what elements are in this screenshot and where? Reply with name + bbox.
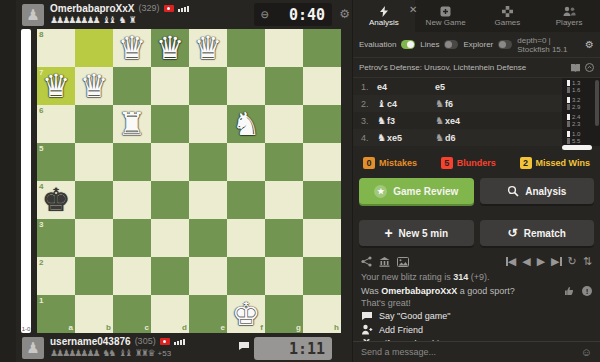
rank-label-8: 8 <box>39 30 43 39</box>
square-b3[interactable] <box>75 219 113 257</box>
move-eval-column: 1.05.5 <box>562 129 600 146</box>
rank-label-1: 1 <box>39 296 43 305</box>
magnifier-icon <box>507 185 519 197</box>
bottom-player-flag-icon <box>160 338 170 345</box>
square-a8[interactable]: 8 <box>37 29 75 67</box>
game-review-button[interactable]: ★ Game Review <box>359 178 474 204</box>
white-move-1[interactable]: e4 <box>377 82 435 92</box>
white-queen-b7[interactable]: ♛ <box>75 67 113 105</box>
top-player-clock: ⊖ 0:40 <box>254 3 332 26</box>
file-label-b: b <box>106 323 111 332</box>
file-label-g: g <box>296 323 301 332</box>
square-c4[interactable] <box>113 181 151 219</box>
square-a6[interactable]: 6 <box>37 105 75 143</box>
square-c3[interactable] <box>113 219 151 257</box>
file-label-d: d <box>182 323 187 332</box>
bottom-player-name[interactable]: username043876 <box>50 336 131 347</box>
board-settings-gear-icon[interactable]: ⚙ <box>339 7 350 21</box>
board-grid-icon <box>502 6 513 17</box>
last-move-icon[interactable]: ▶ <box>551 255 561 268</box>
file-label-e: e <box>221 323 225 332</box>
square-h4[interactable] <box>303 181 341 219</box>
summary-mistakes[interactable]: 0Mistakes <box>363 157 417 169</box>
message-input[interactable]: Send a message... <box>361 347 436 357</box>
black-figurine-icon: ♞ <box>435 115 444 126</box>
square-a1[interactable]: 1a <box>37 295 75 333</box>
share-icon[interactable] <box>361 256 372 267</box>
white-move-3[interactable]: ♞f3 <box>377 115 435 126</box>
thumbs-up-icon[interactable] <box>564 286 574 296</box>
square-c5[interactable] <box>113 143 151 181</box>
white-king-f1[interactable]: ♚ <box>227 295 265 333</box>
library-icon[interactable] <box>379 256 390 267</box>
chess-board[interactable]: 8♛♛♛7♛♛6♜♞54♚321abcdef♚gh <box>37 29 341 333</box>
engine-settings-gear-icon[interactable]: ⚙ <box>585 39 594 50</box>
thats-great-text: That's great! <box>361 298 592 308</box>
tab-analysis[interactable]: Analysis <box>353 0 415 32</box>
toggle-label-evaluation: Evaluation <box>359 40 396 49</box>
rank-label-6: 6 <box>39 106 43 115</box>
say-good-game-action[interactable]: Say "Good game" <box>361 311 592 321</box>
square-c2[interactable] <box>113 257 151 295</box>
square-c8[interactable]: ♛ <box>113 29 151 67</box>
white-move-4[interactable]: ♞xe5 <box>377 132 435 143</box>
summary-count-badge: 2 <box>520 157 532 169</box>
eval-result-label: 1-0 <box>22 326 31 333</box>
eval-value: 1.0 <box>567 131 600 137</box>
square-f3[interactable] <box>227 219 265 257</box>
evaluation-bar: 1-0 <box>21 29 31 333</box>
file-label-a: a <box>69 323 73 332</box>
square-d4[interactable] <box>151 181 189 219</box>
square-f6[interactable]: ♞ <box>227 105 265 143</box>
square-h1[interactable]: h <box>303 295 341 333</box>
lines-toggle[interactable] <box>444 40 458 49</box>
move-list-scrollbar[interactable] <box>595 80 599 126</box>
square-c6[interactable]: ♜ <box>113 105 151 143</box>
analysis-button[interactable]: Analysis <box>480 178 595 204</box>
file-label-c: c <box>145 323 149 332</box>
summary-label: Missed Wins <box>536 158 590 168</box>
white-figurine-icon: ♝ <box>377 98 386 109</box>
square-d3[interactable] <box>151 219 189 257</box>
square-a5[interactable]: 5 <box>37 143 75 181</box>
white-knight-f6[interactable]: ♞ <box>227 105 265 143</box>
board-pane: ♟ OmerbabaproXxX (329) ♟♟♟♟♟♟♟♟♝♝♞♜ ⊖ 0:… <box>0 0 352 362</box>
square-a3[interactable]: 3 <box>37 219 75 257</box>
black-figurine-icon: ♞ <box>435 98 444 109</box>
square-g8[interactable] <box>265 29 303 67</box>
move-row-1: 1.e4e51.31.6 <box>353 78 600 95</box>
white-rook-c6[interactable]: ♜ <box>113 105 151 143</box>
square-f4[interactable] <box>227 181 265 219</box>
toggle-label-explorer: Explorer <box>463 40 493 49</box>
square-e7[interactable] <box>189 67 227 105</box>
white-queen-c8[interactable]: ♛ <box>113 29 151 67</box>
move-number: 3. <box>361 116 377 126</box>
square-e8[interactable]: ♛ <box>189 29 227 67</box>
summary-missed-wins[interactable]: 2Missed Wins <box>520 157 590 169</box>
evaluation-toggle[interactable] <box>401 40 415 49</box>
bottom-player-clock: 1:11 <box>254 337 332 360</box>
square-b7[interactable]: ♛ <box>75 67 113 105</box>
white-move-2[interactable]: ♝c4 <box>377 98 435 109</box>
top-player-flag-icon <box>164 5 174 12</box>
move-row-2: 2.♝c4♞f63.22.9 <box>353 95 600 112</box>
square-b8[interactable] <box>75 29 113 67</box>
square-g7[interactable] <box>265 67 303 105</box>
image-export-icon[interactable] <box>397 257 409 267</box>
move-list: 1.e4e51.31.62.♝c4♞f63.22.93.♞f3♞xe42.42.… <box>353 78 600 146</box>
square-e2[interactable] <box>189 257 227 295</box>
square-c1[interactable]: c <box>113 295 151 333</box>
square-h7[interactable] <box>303 67 341 105</box>
toggle-label-lines: Lines <box>420 40 439 49</box>
square-e1[interactable]: e <box>189 295 227 333</box>
square-h8[interactable] <box>303 29 341 67</box>
square-g3[interactable] <box>265 219 303 257</box>
top-player-name[interactable]: OmerbabaproXxX <box>50 3 134 14</box>
panel-tabs: Analysis ✕ New Game Games Players <box>353 0 600 32</box>
analysis-panel: Analysis ✕ New Game Games Players <box>352 0 600 362</box>
eval-value: 5.5 <box>567 138 600 144</box>
summary-blunders[interactable]: 5Blunders <box>441 157 496 169</box>
square-f5[interactable] <box>227 143 265 181</box>
summary-label: Blunders <box>457 158 496 168</box>
rank-label-5: 5 <box>39 144 43 153</box>
square-f1[interactable]: f♚ <box>227 295 265 333</box>
lightning-bolt-icon <box>380 6 388 17</box>
tab-players[interactable]: Players <box>538 0 600 32</box>
page-gutter <box>0 0 16 362</box>
square-f8[interactable] <box>227 29 265 67</box>
white-queen-d8[interactable]: ♛ <box>151 29 189 67</box>
tab-new-game[interactable]: New Game <box>415 0 477 32</box>
white-figurine-icon: ♞ <box>377 132 386 143</box>
material-advantage: +53 <box>158 349 172 358</box>
controls-icons-row: ◀ ◀ ▶ ▶ ↻ ⇅ <box>353 250 600 270</box>
move-row-4: 4.♞xe5♞d61.05.5 <box>353 129 600 146</box>
summary-count-badge: 5 <box>441 157 453 169</box>
opening-book-icon[interactable] <box>571 63 580 72</box>
square-e6[interactable] <box>189 105 227 143</box>
square-f7[interactable] <box>227 67 265 105</box>
square-f2[interactable] <box>227 257 265 295</box>
square-h3[interactable] <box>303 219 341 257</box>
square-c7[interactable] <box>113 67 151 105</box>
bottom-connection-icon <box>174 339 185 345</box>
move-number: 4. <box>361 133 377 143</box>
chat-bubble-icon[interactable] <box>238 341 250 351</box>
engine-status: depth=0 | Stockfish 15.1 <box>517 36 581 54</box>
speech-bubble-icon <box>361 311 373 321</box>
square-h6[interactable] <box>303 105 341 143</box>
move-number: 2. <box>361 99 377 109</box>
plus-square-icon <box>440 6 451 17</box>
new-5-min-button[interactable]: + New 5 min <box>359 220 474 246</box>
first-move-icon[interactable]: ◀ <box>506 255 516 268</box>
square-d2[interactable] <box>151 257 189 295</box>
black-figurine-icon: ♞ <box>435 132 444 143</box>
square-a7[interactable]: 7♛ <box>37 67 75 105</box>
top-captured-pieces: ♟♟♟♟♟♟♟♟♝♝♞♜ <box>50 15 189 26</box>
square-d1[interactable]: d <box>151 295 189 333</box>
opening-row: Petrov's Defense: Urusov, Lichtenhein De… <box>353 58 600 78</box>
collapse-circle-icon[interactable] <box>585 63 594 72</box>
square-d6[interactable] <box>151 105 189 143</box>
top-player-bar: ♟ OmerbabaproXxX (329) ♟♟♟♟♟♟♟♟♝♝♞♜ ⊖ 0:… <box>22 0 352 29</box>
square-d8[interactable]: ♛ <box>151 29 189 67</box>
top-connection-icon <box>178 6 189 12</box>
square-g5[interactable] <box>265 143 303 181</box>
message-input-row: Send a message... ☺ <box>353 341 600 362</box>
rating-update-line: Your new blitz rating is 314 (+9). <box>361 272 592 282</box>
square-e5[interactable] <box>189 143 227 181</box>
top-player-avatar[interactable]: ♟ <box>22 4 44 26</box>
move-number: 1. <box>361 82 377 92</box>
square-g6[interactable] <box>265 105 303 143</box>
square-a2[interactable]: 2 <box>37 257 75 295</box>
summary-count-badge: 0 <box>363 157 375 169</box>
black-move-1[interactable]: e5 <box>435 82 493 92</box>
tab-games[interactable]: Games <box>477 0 539 32</box>
black-move-3[interactable]: ♞xe4 <box>435 115 493 126</box>
square-b2[interactable] <box>75 257 113 295</box>
square-e4[interactable] <box>189 181 227 219</box>
square-b6[interactable] <box>75 105 113 143</box>
move-row-3: 3.♞f3♞xe42.42.3 <box>353 112 600 129</box>
square-b5[interactable] <box>75 143 113 181</box>
white-queen-a7[interactable]: ♛ <box>37 67 75 105</box>
previous-move-icon[interactable]: ◀ <box>522 255 530 268</box>
square-h5[interactable] <box>303 143 341 181</box>
replay-icon[interactable]: ↻ <box>568 255 577 268</box>
square-g4[interactable] <box>265 181 303 219</box>
close-tab-icon[interactable]: ✕ <box>409 4 417 15</box>
square-h2[interactable] <box>303 257 341 295</box>
summary-label: Mistakes <box>379 158 417 168</box>
opening-name[interactable]: Petrov's Defense: Urusov, Lichtenhein De… <box>359 63 526 72</box>
square-a4[interactable]: 4♚ <box>37 181 75 219</box>
next-move-icon[interactable]: ▶ <box>537 255 545 268</box>
good-sport-question: Was OmerbabaproXxX a good sport? <box>361 286 592 296</box>
flip-board-icon[interactable]: ⇅ <box>583 255 592 268</box>
square-d5[interactable] <box>151 143 189 181</box>
black-move-4[interactable]: ♞d6 <box>435 132 493 143</box>
black-move-2[interactable]: ♞f6 <box>435 98 493 109</box>
black-king-a4[interactable]: ♚ <box>37 181 75 219</box>
add-friend-icon <box>361 324 373 335</box>
square-g1[interactable]: g <box>265 295 303 333</box>
minus-circle-icon[interactable]: ⊖ <box>261 7 269 22</box>
rank-label-2: 2 <box>39 258 43 267</box>
rank-label-3: 3 <box>39 220 43 229</box>
file-label-h: h <box>334 323 339 332</box>
game-summary-row: 0Mistakes5Blunders2Missed Wins <box>353 152 600 174</box>
add-friend-action[interactable]: Add Friend <box>361 324 592 335</box>
rematch-button[interactable]: ↺ Rematch <box>480 220 595 246</box>
bottom-player-rating: (305) <box>135 336 156 347</box>
square-e3[interactable] <box>189 219 227 257</box>
app-window: ♟ OmerbabaproXxX (329) ♟♟♟♟♟♟♟♟♝♝♞♜ ⊖ 0:… <box>0 0 600 362</box>
emoji-smiley-icon[interactable]: ☺ <box>581 346 592 358</box>
plus-icon: + <box>384 225 392 241</box>
engine-toggle-row: Evaluation Lines Explorer depth=0 | Stoc… <box>353 32 600 58</box>
square-b1[interactable]: b <box>75 295 113 333</box>
bottom-player-avatar[interactable]: ♟ <box>22 337 44 359</box>
rematch-loop-icon: ↺ <box>508 226 518 240</box>
star-icon: ★ <box>374 185 387 198</box>
bottom-captured-pieces: ♟♟♟♟♟♟♟♟♞♞♝♝♜♜ ♛+53 <box>50 348 185 359</box>
report-alert-icon[interactable]: ! <box>582 286 592 296</box>
explorer-toggle[interactable] <box>498 40 512 49</box>
players-people-icon <box>563 6 576 17</box>
square-d7[interactable] <box>151 67 189 105</box>
square-g2[interactable] <box>265 257 303 295</box>
square-b4[interactable] <box>75 181 113 219</box>
partial-result-bar <box>562 145 592 150</box>
white-figurine-icon: ♞ <box>377 115 386 126</box>
top-player-rating: (329) <box>138 3 159 14</box>
white-queen-e8[interactable]: ♛ <box>189 29 227 67</box>
